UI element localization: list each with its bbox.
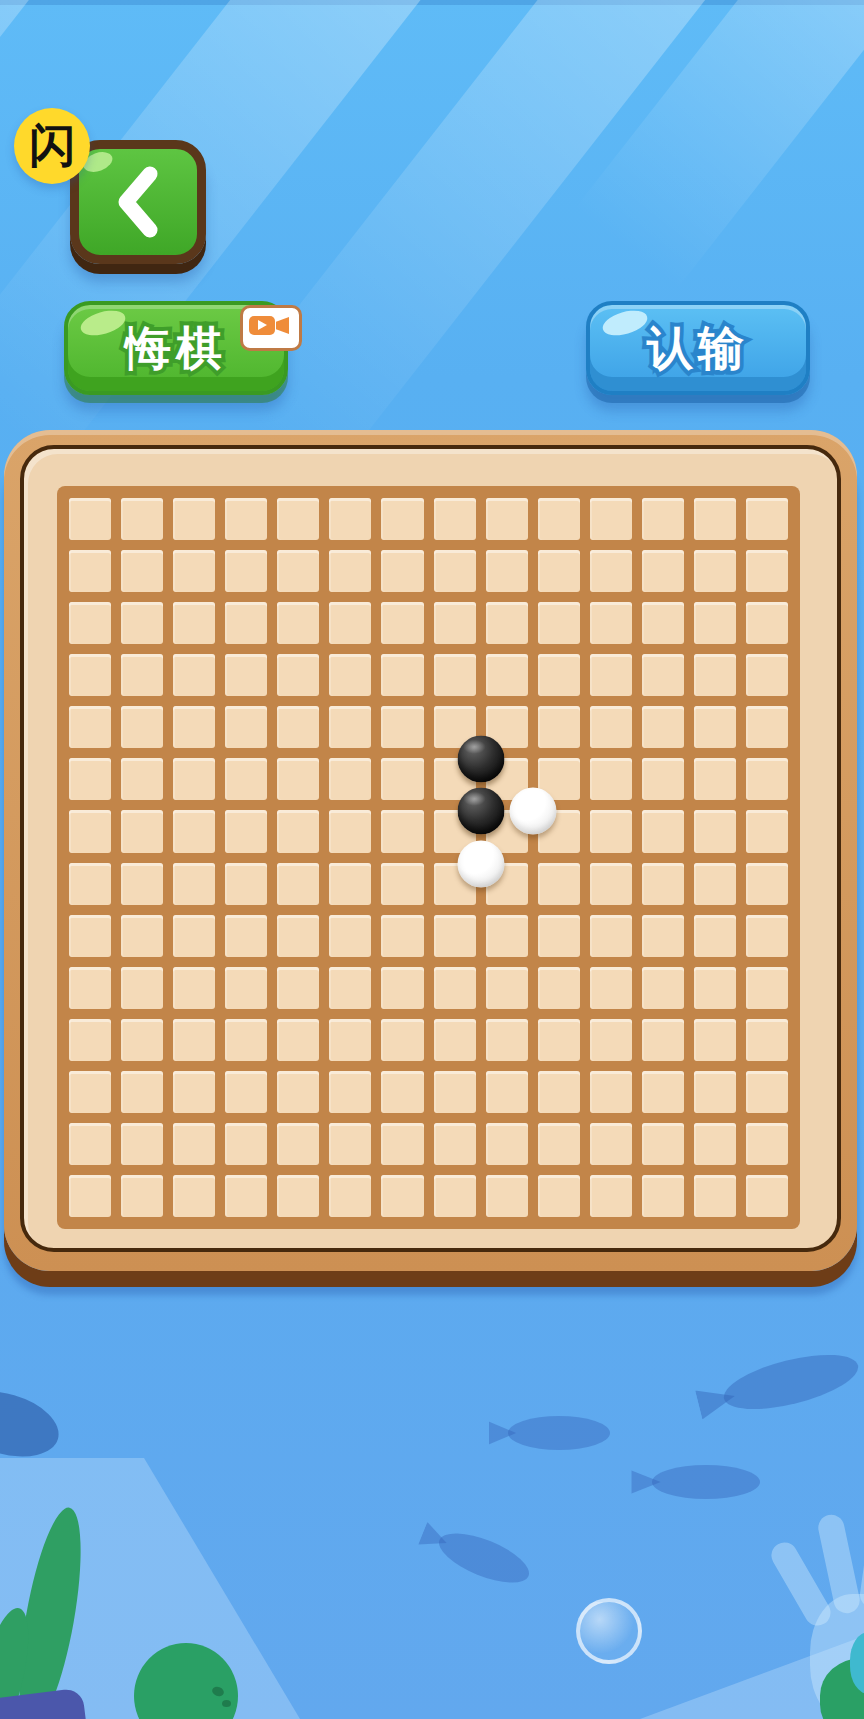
board-cell[interactable] <box>642 758 684 800</box>
board-cell[interactable] <box>538 758 580 800</box>
board-cell[interactable] <box>590 758 632 800</box>
board-cell[interactable] <box>642 1019 684 1061</box>
board-cell[interactable] <box>642 706 684 748</box>
board-cell[interactable] <box>538 550 580 592</box>
board-cell[interactable] <box>434 1071 476 1113</box>
board-cell[interactable] <box>329 758 371 800</box>
board-cell[interactable] <box>486 498 528 540</box>
board-cell[interactable] <box>486 758 528 800</box>
board-cell[interactable] <box>69 498 111 540</box>
chevron-left-icon <box>107 162 169 242</box>
board-cell[interactable] <box>642 863 684 905</box>
board-cell[interactable] <box>694 1123 736 1165</box>
bubble-icon <box>576 1598 642 1664</box>
board-cell[interactable] <box>538 810 580 852</box>
board-cell[interactable] <box>746 654 788 696</box>
board-cell[interactable] <box>225 967 267 1009</box>
board-cell[interactable] <box>69 863 111 905</box>
resign-button[interactable]: 认输 认输 <box>586 301 810 395</box>
board-cell[interactable] <box>746 498 788 540</box>
board-cell[interactable] <box>746 602 788 644</box>
board-cell[interactable] <box>69 967 111 1009</box>
board-cell[interactable] <box>642 810 684 852</box>
board-cell[interactable] <box>121 967 163 1009</box>
board-cell[interactable] <box>590 915 632 957</box>
board-cell[interactable] <box>381 758 423 800</box>
board-cell[interactable] <box>486 1175 528 1217</box>
board-cell[interactable] <box>173 915 215 957</box>
board-cell[interactable] <box>277 550 319 592</box>
board-cell[interactable] <box>121 602 163 644</box>
board-cell[interactable] <box>486 602 528 644</box>
board-cell[interactable] <box>69 915 111 957</box>
board-cell[interactable] <box>121 810 163 852</box>
board-cell[interactable] <box>225 758 267 800</box>
board-cell[interactable] <box>329 863 371 905</box>
board-cell[interactable] <box>225 602 267 644</box>
undo-move-button[interactable]: 悔棋 悔棋 <box>64 301 288 395</box>
logo-glyph: 闪 <box>29 115 75 177</box>
board-cell[interactable] <box>381 550 423 592</box>
board-cell[interactable] <box>746 758 788 800</box>
board-cell[interactable] <box>329 602 371 644</box>
board-cell[interactable] <box>225 1175 267 1217</box>
board-cell[interactable] <box>434 602 476 644</box>
board-cell[interactable] <box>225 915 267 957</box>
board-cell[interactable] <box>486 1123 528 1165</box>
board-cell[interactable] <box>225 550 267 592</box>
board-cell[interactable] <box>69 1071 111 1113</box>
board-cell[interactable] <box>746 863 788 905</box>
fish-silhouette-icon <box>0 1380 66 1467</box>
board-cell[interactable] <box>486 810 528 852</box>
board-cell[interactable] <box>329 810 371 852</box>
board-cell[interactable] <box>329 550 371 592</box>
board-cell[interactable] <box>538 654 580 696</box>
board-cell[interactable] <box>486 1071 528 1113</box>
board-cell[interactable] <box>694 967 736 1009</box>
board-cell[interactable] <box>225 1071 267 1113</box>
board-cell[interactable] <box>590 550 632 592</box>
board-cell[interactable] <box>225 498 267 540</box>
video-ad-icon <box>240 305 302 351</box>
board-cell[interactable] <box>434 654 476 696</box>
board-cell[interactable] <box>329 1175 371 1217</box>
board-cell[interactable] <box>173 810 215 852</box>
board-cell[interactable] <box>434 863 476 905</box>
board-cell[interactable] <box>434 1175 476 1217</box>
board-cell[interactable] <box>173 1019 215 1061</box>
board-cell[interactable] <box>121 1071 163 1113</box>
board-cell[interactable] <box>69 654 111 696</box>
game-screen: 闪 悔棋 悔棋 认输 认输 <box>0 0 864 1719</box>
board-cell[interactable] <box>381 706 423 748</box>
board-cell[interactable] <box>381 967 423 1009</box>
board-cell[interactable] <box>642 1071 684 1113</box>
board-cell[interactable] <box>486 1019 528 1061</box>
fish-silhouette-icon <box>652 1465 760 1499</box>
board-cell[interactable] <box>329 498 371 540</box>
board-cell[interactable] <box>381 602 423 644</box>
board-cell[interactable] <box>277 1019 319 1061</box>
board-cell[interactable] <box>381 1019 423 1061</box>
board-cell[interactable] <box>642 915 684 957</box>
board-cell[interactable] <box>434 758 476 800</box>
board-cell[interactable] <box>381 810 423 852</box>
board-cell[interactable] <box>173 498 215 540</box>
board-cell[interactable] <box>381 1123 423 1165</box>
board-cell[interactable] <box>277 1175 319 1217</box>
board-cell[interactable] <box>173 654 215 696</box>
board-cell[interactable] <box>694 1175 736 1217</box>
board-cell[interactable] <box>329 1019 371 1061</box>
board-cell[interactable] <box>121 1175 163 1217</box>
board-cell[interactable] <box>746 1175 788 1217</box>
board-cell[interactable] <box>173 1123 215 1165</box>
board-cell[interactable] <box>642 1123 684 1165</box>
board-cell[interactable] <box>642 967 684 1009</box>
board-cell[interactable] <box>121 550 163 592</box>
board-cell[interactable] <box>746 967 788 1009</box>
board-cell[interactable] <box>694 602 736 644</box>
board-cell[interactable] <box>69 706 111 748</box>
board-cell[interactable] <box>173 967 215 1009</box>
board-cell[interactable] <box>277 706 319 748</box>
board-cell[interactable] <box>486 863 528 905</box>
board-cell[interactable] <box>538 1123 580 1165</box>
board-cell[interactable] <box>277 810 319 852</box>
board-cell[interactable] <box>434 706 476 748</box>
board-cell[interactable] <box>746 915 788 957</box>
board-cell[interactable] <box>694 706 736 748</box>
board-cell[interactable] <box>746 550 788 592</box>
board-cell[interactable] <box>746 1123 788 1165</box>
board-cell[interactable] <box>329 967 371 1009</box>
board-cell[interactable] <box>277 1123 319 1165</box>
board-cell[interactable] <box>642 1175 684 1217</box>
board-cell[interactable] <box>434 810 476 852</box>
board-cell[interactable] <box>277 1071 319 1113</box>
board-cell[interactable] <box>434 1123 476 1165</box>
board-cell[interactable] <box>277 915 319 957</box>
board-cell[interactable] <box>121 706 163 748</box>
board-cell[interactable] <box>590 810 632 852</box>
board-cell[interactable] <box>69 1019 111 1061</box>
board-cell[interactable] <box>590 1175 632 1217</box>
board-cell[interactable] <box>590 498 632 540</box>
board-cell[interactable] <box>694 654 736 696</box>
board-cell[interactable] <box>642 654 684 696</box>
board-cell[interactable] <box>277 602 319 644</box>
board-cell[interactable] <box>329 654 371 696</box>
fish-silhouette-icon <box>433 1523 535 1592</box>
board-cell[interactable] <box>277 863 319 905</box>
board-grid[interactable] <box>57 486 800 1229</box>
board-cell[interactable] <box>69 602 111 644</box>
board-cell[interactable] <box>121 915 163 957</box>
board-cell[interactable] <box>381 498 423 540</box>
board-cell[interactable] <box>538 863 580 905</box>
board-cell[interactable] <box>590 967 632 1009</box>
board-cell[interactable] <box>277 967 319 1009</box>
board-cell[interactable] <box>538 1019 580 1061</box>
board-cell[interactable] <box>746 1071 788 1113</box>
board-cell[interactable] <box>642 602 684 644</box>
board-cell[interactable] <box>329 1071 371 1113</box>
board-cell[interactable] <box>486 550 528 592</box>
board-cell[interactable] <box>381 1071 423 1113</box>
fish-silhouette-icon <box>508 1416 610 1450</box>
board-cell[interactable] <box>746 1019 788 1061</box>
board-cell[interactable] <box>538 967 580 1009</box>
board-cell[interactable] <box>590 1123 632 1165</box>
board-cell[interactable] <box>694 1019 736 1061</box>
board-cell[interactable] <box>486 967 528 1009</box>
board-cell[interactable] <box>590 863 632 905</box>
board-cell[interactable] <box>121 758 163 800</box>
board-cell[interactable] <box>225 654 267 696</box>
board-cell[interactable] <box>694 915 736 957</box>
board-cell[interactable] <box>590 1071 632 1113</box>
board-cell[interactable] <box>69 550 111 592</box>
board-cell[interactable] <box>746 810 788 852</box>
board-cell[interactable] <box>538 915 580 957</box>
board-cell[interactable] <box>69 810 111 852</box>
board-cell[interactable] <box>486 915 528 957</box>
board-cell[interactable] <box>642 498 684 540</box>
board-cell[interactable] <box>121 654 163 696</box>
board-cell[interactable] <box>173 863 215 905</box>
board-cell[interactable] <box>694 550 736 592</box>
board-cell[interactable] <box>121 1019 163 1061</box>
board-cell[interactable] <box>173 1071 215 1113</box>
board-cell[interactable] <box>590 1019 632 1061</box>
board-cell[interactable] <box>434 967 476 1009</box>
board-cell[interactable] <box>69 1123 111 1165</box>
board-cell[interactable] <box>381 1175 423 1217</box>
board-cell[interactable] <box>121 863 163 905</box>
board-cell[interactable] <box>121 498 163 540</box>
board-cell[interactable] <box>590 602 632 644</box>
board-cell[interactable] <box>590 706 632 748</box>
board-cell[interactable] <box>694 1071 736 1113</box>
board-cell[interactable] <box>434 550 476 592</box>
board-cell[interactable] <box>486 706 528 748</box>
shan-app-logo[interactable]: 闪 <box>14 108 90 184</box>
board-cell[interactable] <box>277 654 319 696</box>
board-cell[interactable] <box>69 1175 111 1217</box>
board-cell[interactable] <box>538 1071 580 1113</box>
board-cell[interactable] <box>694 863 736 905</box>
board-cell[interactable] <box>538 706 580 748</box>
board-cell[interactable] <box>590 654 632 696</box>
back-button[interactable] <box>70 140 206 264</box>
board-cell[interactable] <box>225 1123 267 1165</box>
board-cell[interactable] <box>173 706 215 748</box>
board-cell[interactable] <box>434 1019 476 1061</box>
board-cell[interactable] <box>121 1123 163 1165</box>
board-cell[interactable] <box>434 915 476 957</box>
board-cell[interactable] <box>694 498 736 540</box>
board-cell[interactable] <box>277 498 319 540</box>
board-cell[interactable] <box>225 863 267 905</box>
board-cell[interactable] <box>225 706 267 748</box>
board-cell[interactable] <box>173 758 215 800</box>
board-cell[interactable] <box>381 863 423 905</box>
board-cell[interactable] <box>538 1175 580 1217</box>
board-cell[interactable] <box>538 602 580 644</box>
fish-silhouette-icon <box>719 1344 864 1420</box>
board-cell[interactable] <box>329 706 371 748</box>
board-cell[interactable] <box>173 1175 215 1217</box>
board-cell[interactable] <box>225 810 267 852</box>
board-cell[interactable] <box>486 654 528 696</box>
board-cell[interactable] <box>329 915 371 957</box>
board-cell[interactable] <box>642 550 684 592</box>
board-cell[interactable] <box>746 706 788 748</box>
board-cell[interactable] <box>173 602 215 644</box>
board-panel <box>20 445 841 1252</box>
board-cell[interactable] <box>329 1123 371 1165</box>
board-cell[interactable] <box>434 498 476 540</box>
board-cell[interactable] <box>381 654 423 696</box>
board-cell[interactable] <box>381 915 423 957</box>
board-cell[interactable] <box>225 1019 267 1061</box>
board-cell[interactable] <box>694 758 736 800</box>
board-cell[interactable] <box>538 498 580 540</box>
board-cell[interactable] <box>694 810 736 852</box>
board-cell[interactable] <box>173 550 215 592</box>
board-cell[interactable] <box>277 758 319 800</box>
gomoku-board <box>4 430 857 1271</box>
board-cell[interactable] <box>69 758 111 800</box>
